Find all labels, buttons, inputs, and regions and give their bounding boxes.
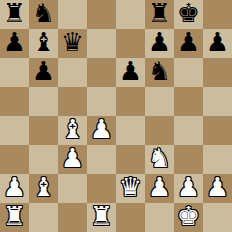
chess-board: ♜♞♜♚♟♝♛♟♟♟♟♟♞♝♟♟♞♟♝♛♟♟♟♜♜♚ (0, 0, 232, 232)
square-c3[interactable]: ♟ (58, 145, 87, 174)
black-rook: ♜ (148, 0, 171, 28)
square-b8[interactable]: ♞ (29, 0, 58, 29)
white-knight: ♞ (148, 144, 171, 173)
square-f7[interactable]: ♟ (145, 29, 174, 58)
square-d6[interactable] (87, 58, 116, 87)
square-e4[interactable] (116, 116, 145, 145)
black-pawn: ♟ (119, 57, 142, 86)
square-b7[interactable]: ♝ (29, 29, 58, 58)
square-e7[interactable] (116, 29, 145, 58)
square-h3[interactable] (203, 145, 232, 174)
black-pawn: ♟ (206, 28, 229, 57)
square-h7[interactable]: ♟ (203, 29, 232, 58)
square-b4[interactable] (29, 116, 58, 145)
square-b2[interactable]: ♝ (29, 174, 58, 203)
square-e5[interactable] (116, 87, 145, 116)
square-e8[interactable] (116, 0, 145, 29)
square-a2[interactable]: ♟ (0, 174, 29, 203)
square-h2[interactable]: ♟ (203, 174, 232, 203)
square-f4[interactable] (145, 116, 174, 145)
white-pawn: ♟ (177, 173, 200, 202)
black-pawn: ♟ (3, 28, 26, 57)
black-rook: ♜ (3, 0, 26, 28)
square-a6[interactable] (0, 58, 29, 87)
square-e2[interactable]: ♛ (116, 174, 145, 203)
square-f2[interactable]: ♟ (145, 174, 174, 203)
square-g6[interactable] (174, 58, 203, 87)
square-c7[interactable]: ♛ (58, 29, 87, 58)
square-h8[interactable] (203, 0, 232, 29)
square-a4[interactable] (0, 116, 29, 145)
square-b6[interactable]: ♟ (29, 58, 58, 87)
square-f1[interactable] (145, 203, 174, 232)
square-e6[interactable]: ♟ (116, 58, 145, 87)
black-knight: ♞ (148, 57, 171, 86)
square-d3[interactable] (87, 145, 116, 174)
square-a5[interactable] (0, 87, 29, 116)
square-c1[interactable] (58, 203, 87, 232)
white-pawn: ♟ (3, 173, 26, 202)
white-rook: ♜ (90, 202, 113, 231)
square-d5[interactable] (87, 87, 116, 116)
square-g7[interactable]: ♟ (174, 29, 203, 58)
square-h5[interactable] (203, 87, 232, 116)
square-c4[interactable]: ♝ (58, 116, 87, 145)
square-f6[interactable]: ♞ (145, 58, 174, 87)
white-pawn: ♟ (148, 173, 171, 202)
square-a7[interactable]: ♟ (0, 29, 29, 58)
white-bishop: ♝ (32, 173, 55, 202)
square-a8[interactable]: ♜ (0, 0, 29, 29)
square-g1[interactable]: ♚ (174, 203, 203, 232)
white-pawn: ♟ (61, 144, 84, 173)
white-bishop: ♝ (61, 115, 84, 144)
square-d4[interactable]: ♟ (87, 116, 116, 145)
square-d8[interactable] (87, 0, 116, 29)
square-d1[interactable]: ♜ (87, 203, 116, 232)
black-bishop: ♝ (32, 28, 55, 57)
square-g8[interactable]: ♚ (174, 0, 203, 29)
square-b3[interactable] (29, 145, 58, 174)
white-rook: ♜ (3, 202, 26, 231)
square-c8[interactable] (58, 0, 87, 29)
square-c5[interactable] (58, 87, 87, 116)
square-h6[interactable] (203, 58, 232, 87)
white-queen: ♛ (119, 173, 142, 202)
white-king: ♚ (177, 202, 200, 231)
square-e1[interactable] (116, 203, 145, 232)
square-b1[interactable] (29, 203, 58, 232)
square-b5[interactable] (29, 87, 58, 116)
square-f5[interactable] (145, 87, 174, 116)
square-e3[interactable] (116, 145, 145, 174)
white-pawn: ♟ (90, 115, 113, 144)
black-queen: ♛ (61, 28, 84, 57)
square-c2[interactable] (58, 174, 87, 203)
square-c6[interactable] (58, 58, 87, 87)
black-pawn: ♟ (148, 28, 171, 57)
square-g3[interactable] (174, 145, 203, 174)
square-h1[interactable] (203, 203, 232, 232)
square-h4[interactable] (203, 116, 232, 145)
black-pawn: ♟ (177, 28, 200, 57)
black-pawn: ♟ (32, 57, 55, 86)
square-d7[interactable] (87, 29, 116, 58)
square-f3[interactable]: ♞ (145, 145, 174, 174)
black-king: ♚ (177, 0, 200, 28)
square-a3[interactable] (0, 145, 29, 174)
square-f8[interactable]: ♜ (145, 0, 174, 29)
square-g5[interactable] (174, 87, 203, 116)
square-a1[interactable]: ♜ (0, 203, 29, 232)
white-pawn: ♟ (206, 173, 229, 202)
square-g2[interactable]: ♟ (174, 174, 203, 203)
black-knight: ♞ (32, 0, 55, 28)
square-d2[interactable] (87, 174, 116, 203)
square-g4[interactable] (174, 116, 203, 145)
